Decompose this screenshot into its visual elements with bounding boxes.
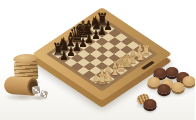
checker-light: [183, 76, 196, 86]
checker-dark: [144, 99, 157, 109]
checker-light: [172, 82, 185, 92]
checker-dark: [158, 84, 171, 94]
product-photo-stage: ♜♞♝♛♚♝♞♜♟♟♟♟♟♟♟♟♟♟♟♟♟♟♟♟♜♞♝♛♚♝♞♜: [0, 0, 195, 120]
scattered-checkers: [0, 0, 195, 120]
